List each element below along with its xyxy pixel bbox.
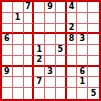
- cell-r1c7[interactable]: 4: [67, 2, 78, 13]
- given-digit: 4: [69, 3, 75, 11]
- cell-r9c3[interactable]: [24, 88, 35, 99]
- cell-r9c1[interactable]: [2, 88, 13, 99]
- cell-r2c2[interactable]: 1: [13, 13, 24, 24]
- cell-r5c8[interactable]: [77, 45, 88, 56]
- cell-r7c3[interactable]: [24, 67, 35, 78]
- cell-r6c9[interactable]: [88, 56, 99, 67]
- cell-r6c2[interactable]: [13, 56, 24, 67]
- cell-r7c6[interactable]: [56, 67, 67, 78]
- cell-r3c3[interactable]: [24, 24, 35, 35]
- sudoku-board: 79412683152936715: [0, 0, 101, 101]
- cell-r4c8[interactable]: 3: [77, 34, 88, 45]
- cell-r6c7[interactable]: [67, 56, 78, 67]
- cell-r3c8[interactable]: [77, 24, 88, 35]
- cell-r2c9[interactable]: [88, 13, 99, 24]
- cell-r1c2[interactable]: [13, 2, 24, 13]
- cell-r7c1[interactable]: 9: [2, 67, 13, 78]
- given-digit: 1: [80, 78, 86, 86]
- cell-r8c4[interactable]: 7: [34, 77, 45, 88]
- cell-r5c6[interactable]: 5: [56, 45, 67, 56]
- cell-r9c7[interactable]: [67, 88, 78, 99]
- given-digit: 7: [36, 78, 42, 86]
- cell-r6c4[interactable]: 2: [34, 56, 45, 67]
- given-digit: 2: [36, 56, 42, 64]
- cell-r8c3[interactable]: [24, 77, 35, 88]
- cell-r6c6[interactable]: [56, 56, 67, 67]
- cell-r5c7[interactable]: [67, 45, 78, 56]
- cell-r8c9[interactable]: [88, 77, 99, 88]
- cell-r4c5[interactable]: [45, 34, 56, 45]
- given-digit: 9: [47, 3, 53, 11]
- cell-r7c5[interactable]: 3: [45, 67, 56, 78]
- cell-r6c5[interactable]: [45, 56, 56, 67]
- cell-r5c2[interactable]: [13, 45, 24, 56]
- given-digit: 5: [91, 90, 97, 98]
- cell-r2c8[interactable]: [77, 13, 88, 24]
- cell-r8c5[interactable]: [45, 77, 56, 88]
- given-digit: 6: [4, 35, 10, 43]
- cell-r1c4[interactable]: [34, 2, 45, 13]
- cell-r4c2[interactable]: [13, 34, 24, 45]
- cell-r8c8[interactable]: 1: [77, 77, 88, 88]
- cell-r9c8[interactable]: [77, 88, 88, 99]
- cell-r6c8[interactable]: [77, 56, 88, 67]
- given-digit: 9: [4, 68, 10, 76]
- cell-r2c1[interactable]: [2, 13, 13, 24]
- cell-r7c7[interactable]: [67, 67, 78, 78]
- given-digit: 8: [69, 35, 75, 43]
- cell-r9c5[interactable]: [45, 88, 56, 99]
- cell-r4c7[interactable]: 8: [67, 34, 78, 45]
- given-digit: 5: [57, 46, 63, 54]
- cell-r8c6[interactable]: [56, 77, 67, 88]
- given-digit: 7: [25, 3, 31, 11]
- cell-r3c1[interactable]: [2, 24, 13, 35]
- cell-r2c5[interactable]: [45, 13, 56, 24]
- given-digit: 2: [69, 24, 75, 32]
- cell-r6c1[interactable]: [2, 56, 13, 67]
- cell-r4c9[interactable]: [88, 34, 99, 45]
- cell-r7c4[interactable]: [34, 67, 45, 78]
- cell-r9c9[interactable]: 5: [88, 88, 99, 99]
- cell-r1c8[interactable]: [77, 2, 88, 13]
- cell-r9c2[interactable]: [13, 88, 24, 99]
- cell-r3c4[interactable]: [34, 24, 45, 35]
- cell-r5c5[interactable]: [45, 45, 56, 56]
- cell-r3c7[interactable]: 2: [67, 24, 78, 35]
- cell-r1c9[interactable]: [88, 2, 99, 13]
- cell-r6c3[interactable]: [24, 56, 35, 67]
- given-digit: 3: [47, 68, 53, 76]
- cell-r2c6[interactable]: [56, 13, 67, 24]
- cell-r2c3[interactable]: [24, 13, 35, 24]
- cell-r8c1[interactable]: [2, 77, 13, 88]
- cell-r3c2[interactable]: [13, 24, 24, 35]
- cell-r5c3[interactable]: [24, 45, 35, 56]
- cell-r3c5[interactable]: [45, 24, 56, 35]
- cell-r8c2[interactable]: [13, 77, 24, 88]
- given-digit: 6: [80, 68, 86, 76]
- cell-r1c3[interactable]: 7: [24, 2, 35, 13]
- cell-r3c9[interactable]: [88, 24, 99, 35]
- cell-r5c1[interactable]: [2, 45, 13, 56]
- given-digit: 1: [15, 14, 21, 22]
- given-digit: 1: [36, 46, 42, 54]
- cell-r4c6[interactable]: [56, 34, 67, 45]
- given-digit: 3: [80, 35, 86, 43]
- cell-r5c4[interactable]: 1: [34, 45, 45, 56]
- cell-r4c3[interactable]: [24, 34, 35, 45]
- cell-r3c6[interactable]: [56, 24, 67, 35]
- cell-r2c7[interactable]: [67, 13, 78, 24]
- cell-r7c2[interactable]: [13, 67, 24, 78]
- cell-r2c4[interactable]: [34, 13, 45, 24]
- cell-r1c5[interactable]: 9: [45, 2, 56, 13]
- cell-r1c6[interactable]: [56, 2, 67, 13]
- cell-r8c7[interactable]: [67, 77, 78, 88]
- cell-r7c8[interactable]: 6: [77, 67, 88, 78]
- cell-r4c1[interactable]: 6: [2, 34, 13, 45]
- cell-r7c9[interactable]: [88, 67, 99, 78]
- cell-r9c6[interactable]: [56, 88, 67, 99]
- cell-r4c4[interactable]: [34, 34, 45, 45]
- cell-r5c9[interactable]: [88, 45, 99, 56]
- cell-r1c1[interactable]: [2, 2, 13, 13]
- cell-r9c4[interactable]: [34, 88, 45, 99]
